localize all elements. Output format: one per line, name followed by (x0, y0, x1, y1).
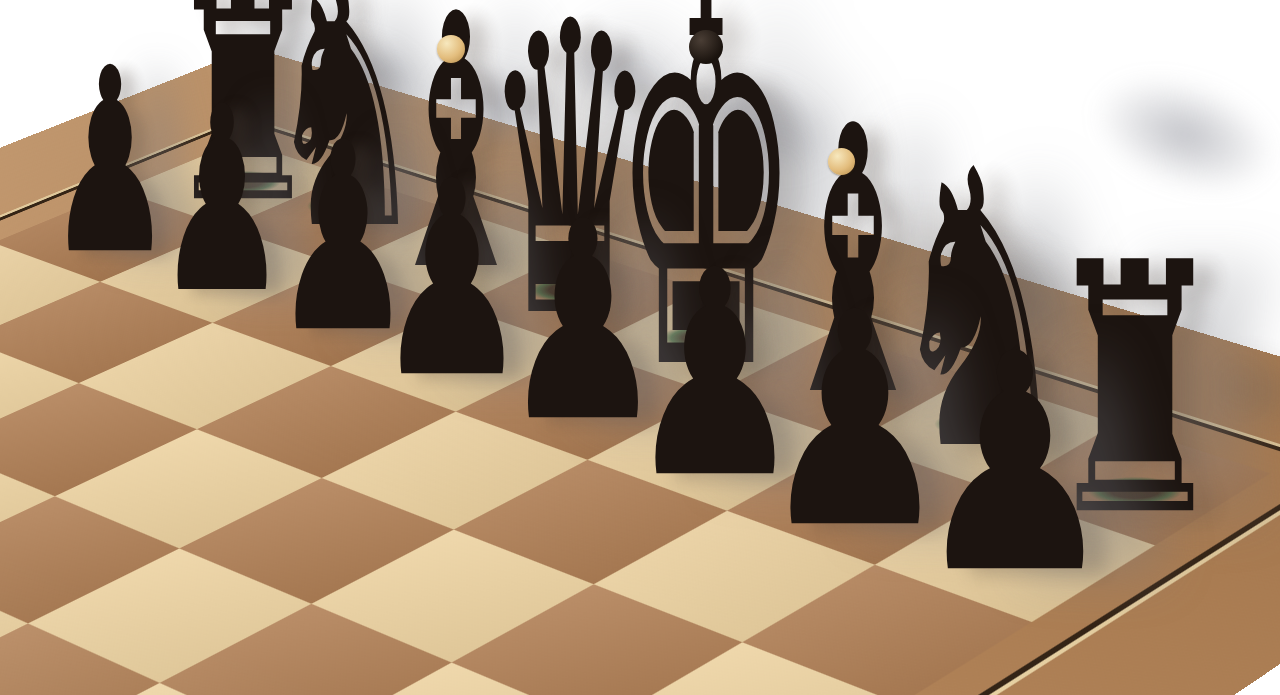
bishop-ball-finial (828, 148, 855, 175)
black-pawn-glyph: ♟ (47, 34, 173, 289)
black-pawn-glyph: ♟ (913, 315, 1117, 615)
king-ball-finial (689, 30, 723, 64)
piece-layer: ♜ ♞ ♝ ♛ ♚ ♝ ♞ ♜ (0, 0, 1280, 695)
black-pawn-glyph: ♟ (155, 72, 288, 328)
chess-product-photo: ♜ ♞ ♝ ♛ ♚ ♝ ♞ ♜ (0, 0, 1280, 695)
bishop-ball-finial (437, 35, 465, 63)
